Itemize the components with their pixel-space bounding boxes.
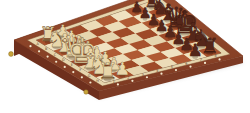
rim-inlay-mark xyxy=(175,69,177,71)
rim-inlay-mark xyxy=(64,66,66,68)
brass-latch-front xyxy=(84,90,88,94)
rim-inlay-mark xyxy=(55,61,57,63)
rank-label-5: 5 xyxy=(171,65,173,69)
rim-inlay-mark xyxy=(204,62,206,64)
rim-inlay-mark xyxy=(160,73,162,75)
rim-inlay-mark xyxy=(218,58,220,60)
chess-board: ABCDEFGH12345678♜♟♞♟♝♟♛♟♚♟♟♝♜♟♟♞♞♟♟♝♜♟♟♛… xyxy=(0,0,250,113)
rank-label-3: 3 xyxy=(142,73,144,77)
rim-inlay-mark xyxy=(89,81,91,83)
chess-set-photo: ABCDEFGH12345678♜♟♞♟♝♟♛♟♚♟♟♝♜♟♟♞♞♟♟♝♜♟♟♛… xyxy=(0,0,250,113)
piece-white-rook-h1: ♜ xyxy=(98,58,118,84)
brass-hinge-left xyxy=(9,52,14,57)
rim-inlay-mark xyxy=(81,76,83,78)
rim-inlay-mark xyxy=(131,80,133,82)
piece-black-rook-h8: ♜ xyxy=(200,34,218,58)
piece-black-pawn-h7: ♟ xyxy=(188,40,203,60)
rank-label-4: 4 xyxy=(156,69,158,73)
rim-inlay-mark xyxy=(47,55,49,57)
rim-inlay-mark xyxy=(189,65,191,67)
rim-inlay-mark xyxy=(29,45,31,47)
rim-inlay-mark xyxy=(72,71,74,73)
rank-label-6: 6 xyxy=(185,62,187,66)
rim-inlay-mark xyxy=(146,76,148,78)
rim-inlay-mark xyxy=(38,50,40,52)
